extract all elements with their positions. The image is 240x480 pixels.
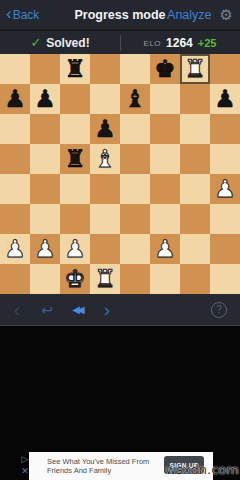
gear-icon[interactable]: ⚙ bbox=[220, 7, 233, 22]
ad-close-icon[interactable]: ✕ bbox=[21, 467, 29, 476]
black-pawn: ♟ bbox=[94, 114, 116, 144]
square-h2[interactable] bbox=[210, 234, 240, 264]
square-f7[interactable] bbox=[150, 84, 180, 114]
square-a1[interactable] bbox=[0, 264, 30, 294]
square-f2[interactable]: ♟ bbox=[150, 234, 180, 264]
status-bar: ✓ Solved! ELO 1264 +25 bbox=[0, 30, 240, 54]
back-button[interactable]: ‹ Back bbox=[6, 8, 39, 22]
square-a8[interactable] bbox=[0, 54, 30, 84]
square-d4[interactable] bbox=[90, 174, 120, 204]
square-e5[interactable] bbox=[120, 144, 150, 174]
square-d8[interactable] bbox=[90, 54, 120, 84]
ad-line2: Friends And Family bbox=[47, 466, 149, 475]
square-c5[interactable]: ♜ bbox=[60, 144, 90, 174]
square-c7[interactable] bbox=[60, 84, 90, 114]
rewind-icon[interactable]: ◀◀ bbox=[62, 295, 92, 325]
undo-icon[interactable]: ↩ bbox=[32, 295, 62, 325]
square-c3[interactable] bbox=[60, 204, 90, 234]
square-h4[interactable]: ♟ bbox=[210, 174, 240, 204]
nav-bar: ‹ Back Progress mode Analyze ⚙ bbox=[0, 0, 240, 30]
square-e8[interactable] bbox=[120, 54, 150, 84]
square-f5[interactable] bbox=[150, 144, 180, 174]
square-e3[interactable] bbox=[120, 204, 150, 234]
square-f8[interactable]: ♚ bbox=[150, 54, 180, 84]
square-c2[interactable]: ♟ bbox=[60, 234, 90, 264]
back-label: Back bbox=[13, 8, 40, 22]
square-f3[interactable] bbox=[150, 204, 180, 234]
square-f1[interactable] bbox=[150, 264, 180, 294]
square-g3[interactable] bbox=[180, 204, 210, 234]
square-h6[interactable] bbox=[210, 114, 240, 144]
black-rook: ♜ bbox=[64, 144, 86, 174]
square-h1[interactable] bbox=[210, 264, 240, 294]
square-h7[interactable]: ♟ bbox=[210, 84, 240, 114]
square-a2[interactable]: ♟ bbox=[0, 234, 30, 264]
square-g4[interactable] bbox=[180, 174, 210, 204]
square-d6[interactable]: ♟ bbox=[90, 114, 120, 144]
square-e1[interactable] bbox=[120, 264, 150, 294]
square-b5[interactable] bbox=[30, 144, 60, 174]
elo-label: ELO bbox=[144, 39, 162, 48]
square-e6[interactable] bbox=[120, 114, 150, 144]
white-pawn: ♟ bbox=[4, 234, 26, 264]
square-d7[interactable] bbox=[90, 84, 120, 114]
white-pawn: ♟ bbox=[214, 174, 236, 204]
square-g1[interactable] bbox=[180, 264, 210, 294]
square-g6[interactable] bbox=[180, 114, 210, 144]
back-chevron-icon: ‹ bbox=[6, 8, 12, 20]
square-b4[interactable] bbox=[30, 174, 60, 204]
white-pawn: ♟ bbox=[34, 234, 56, 264]
white-king: ♚ bbox=[64, 264, 86, 294]
square-a5[interactable] bbox=[0, 144, 30, 174]
square-b1[interactable] bbox=[30, 264, 60, 294]
ad-text: See What You've Missed From Friends And … bbox=[47, 457, 149, 475]
check-icon: ✓ bbox=[30, 35, 41, 50]
analyze-button[interactable]: Analyze bbox=[167, 8, 211, 22]
elo-value: 1264 bbox=[166, 36, 193, 50]
black-king: ♚ bbox=[154, 54, 176, 84]
square-d1[interactable]: ♜ bbox=[90, 264, 120, 294]
square-e4[interactable] bbox=[120, 174, 150, 204]
white-bishop: ♝ bbox=[94, 144, 116, 174]
square-g8[interactable]: ♜ bbox=[180, 54, 210, 84]
white-rook: ♜ bbox=[94, 264, 116, 294]
square-b2[interactable]: ♟ bbox=[30, 234, 60, 264]
square-c8[interactable]: ♜ bbox=[60, 54, 90, 84]
square-g2[interactable] bbox=[180, 234, 210, 264]
square-h5[interactable] bbox=[210, 144, 240, 174]
square-b7[interactable]: ♟ bbox=[30, 84, 60, 114]
square-d3[interactable] bbox=[90, 204, 120, 234]
adchoices-icon[interactable]: ▷ bbox=[22, 455, 29, 464]
black-pawn: ♟ bbox=[34, 84, 56, 114]
app-screen: ‹ Back Progress mode Analyze ⚙ ✓ Solved!… bbox=[0, 0, 240, 480]
elo-delta: +25 bbox=[198, 37, 217, 49]
square-c1[interactable]: ♚ bbox=[60, 264, 90, 294]
ad-signup-button[interactable]: SIGN UP bbox=[164, 456, 204, 474]
square-e7[interactable]: ♝ bbox=[120, 84, 150, 114]
ad-line1: See What You've Missed From bbox=[47, 457, 149, 466]
square-c4[interactable] bbox=[60, 174, 90, 204]
ad-banner[interactable]: See What You've Missed From Friends And … bbox=[29, 452, 213, 480]
help-button[interactable]: ? bbox=[204, 295, 234, 325]
square-a4[interactable] bbox=[0, 174, 30, 204]
square-g7[interactable] bbox=[180, 84, 210, 114]
prev-move-icon[interactable]: ‹ bbox=[2, 295, 32, 325]
status-divider bbox=[120, 35, 121, 51]
square-a3[interactable] bbox=[0, 204, 30, 234]
move-toolbar: ‹ ↩ ◀◀ › ? bbox=[0, 294, 240, 326]
solved-section: ✓ Solved! bbox=[0, 35, 120, 50]
elo-section: ELO 1264 +25 bbox=[120, 36, 240, 50]
help-icon: ? bbox=[211, 302, 227, 318]
white-pawn: ♟ bbox=[64, 234, 86, 264]
square-g5[interactable] bbox=[180, 144, 210, 174]
black-pawn: ♟ bbox=[4, 84, 26, 114]
square-h8[interactable] bbox=[210, 54, 240, 84]
square-b6[interactable] bbox=[30, 114, 60, 144]
square-d2[interactable] bbox=[90, 234, 120, 264]
square-d5[interactable]: ♝ bbox=[90, 144, 120, 174]
square-b3[interactable] bbox=[30, 204, 60, 234]
black-bishop: ♝ bbox=[124, 84, 146, 114]
white-rook: ♜ bbox=[184, 54, 206, 84]
square-f4[interactable] bbox=[150, 174, 180, 204]
chess-board: ♜♚♜♟♟♝♟♟♜♝♟♟♟♟♟♚♜ bbox=[0, 54, 240, 294]
square-a6[interactable] bbox=[0, 114, 30, 144]
black-pawn: ♟ bbox=[214, 84, 236, 114]
forward-move-icon[interactable]: › bbox=[92, 295, 122, 325]
square-e2[interactable] bbox=[120, 234, 150, 264]
white-pawn: ♟ bbox=[154, 234, 176, 264]
square-c6[interactable] bbox=[60, 114, 90, 144]
square-b8[interactable] bbox=[30, 54, 60, 84]
square-a7[interactable]: ♟ bbox=[0, 84, 30, 114]
square-f6[interactable] bbox=[150, 114, 180, 144]
solved-label: Solved! bbox=[46, 36, 89, 50]
square-h3[interactable] bbox=[210, 204, 240, 234]
black-rook: ♜ bbox=[64, 54, 86, 84]
bottom-panel: ▷ ✕ See What You've Missed From Friends … bbox=[0, 327, 240, 480]
